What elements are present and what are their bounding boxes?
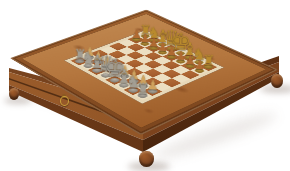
chess-set-product-photo: ♜♞♝♛♚♝♞♜♟♟♟♟♟♟♟♟♟♟♟♟♟♟♟♟♜♞♝♛♚♝♞♜ [0,0,290,171]
board-scene: ♜♞♝♛♚♝♞♜♟♟♟♟♟♟♟♟♟♟♟♟♟♟♟♟♜♞♝♛♚♝♞♜ [0,0,290,171]
chess-board: ♜♞♝♛♚♝♞♜♟♟♟♟♟♟♟♟♟♟♟♟♟♟♟♟♜♞♝♛♚♝♞♜ [10,10,278,136]
black-pawn: ♟ [194,58,205,71]
white-rook: ♜ [136,80,150,96]
